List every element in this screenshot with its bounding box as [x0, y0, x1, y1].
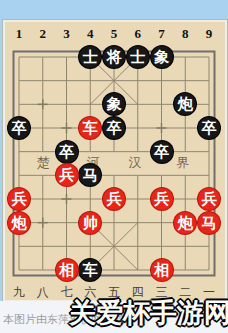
file-number-top: 8: [175, 26, 195, 42]
piece-red-soldier: 兵: [151, 188, 173, 210]
board-panel: 123456789 楚河汉界 士将士象象炮卒卒卒卒卒马车车兵兵兵兵兵炮帅炮马相相…: [5, 22, 225, 300]
file-number-top: 9: [199, 26, 219, 42]
file-label-bottom: 九: [8, 285, 30, 300]
file-number-top: 2: [33, 26, 53, 42]
river-label: 楚: [33, 155, 53, 171]
piece-red-soldier: 兵: [103, 188, 125, 210]
file-number-top: 7: [152, 26, 172, 42]
left-accent-line: [2, 50, 4, 288]
piece-red-soldier: 兵: [8, 188, 30, 210]
river-label: 界: [173, 155, 193, 171]
piece-red-soldier: 兵: [198, 188, 220, 210]
piece-black-soldier: 卒: [56, 141, 78, 163]
piece-red-cannon: 炮: [8, 212, 30, 234]
file-label-bottom: 八: [32, 285, 54, 300]
piece-black-elephant: 象: [151, 46, 173, 68]
piece-black-cannon: 炮: [174, 93, 196, 115]
file-number-top: 1: [9, 26, 29, 42]
piece-black-advisor: 士: [127, 46, 149, 68]
file-number-top: 6: [128, 26, 148, 42]
piece-black-soldier: 卒: [8, 117, 30, 139]
piece-red-elephant: 相: [151, 259, 173, 281]
piece-black-elephant: 象: [103, 93, 125, 115]
page: { "game": "xiangqi", "position": { "fen"…: [0, 0, 228, 333]
piece-black-general: 将: [103, 46, 125, 68]
piece-black-soldier: 卒: [103, 117, 125, 139]
piece-red-cannon: 炮: [174, 212, 196, 234]
piece-black-soldier: 卒: [198, 117, 220, 139]
piece-red-soldier: 兵: [56, 164, 78, 186]
watermark-text: 关爱杯手游网: [69, 295, 228, 331]
file-number-top: 4: [80, 26, 100, 42]
file-number-top: 5: [104, 26, 124, 42]
piece-black-soldier: 卒: [151, 141, 173, 163]
file-number-top: 3: [57, 26, 77, 42]
river-label: 汉: [125, 155, 145, 171]
piece-red-horse: 马: [198, 212, 220, 234]
piece-red-elephant: 相: [56, 259, 78, 281]
piece-red-general: 帅: [79, 212, 101, 234]
